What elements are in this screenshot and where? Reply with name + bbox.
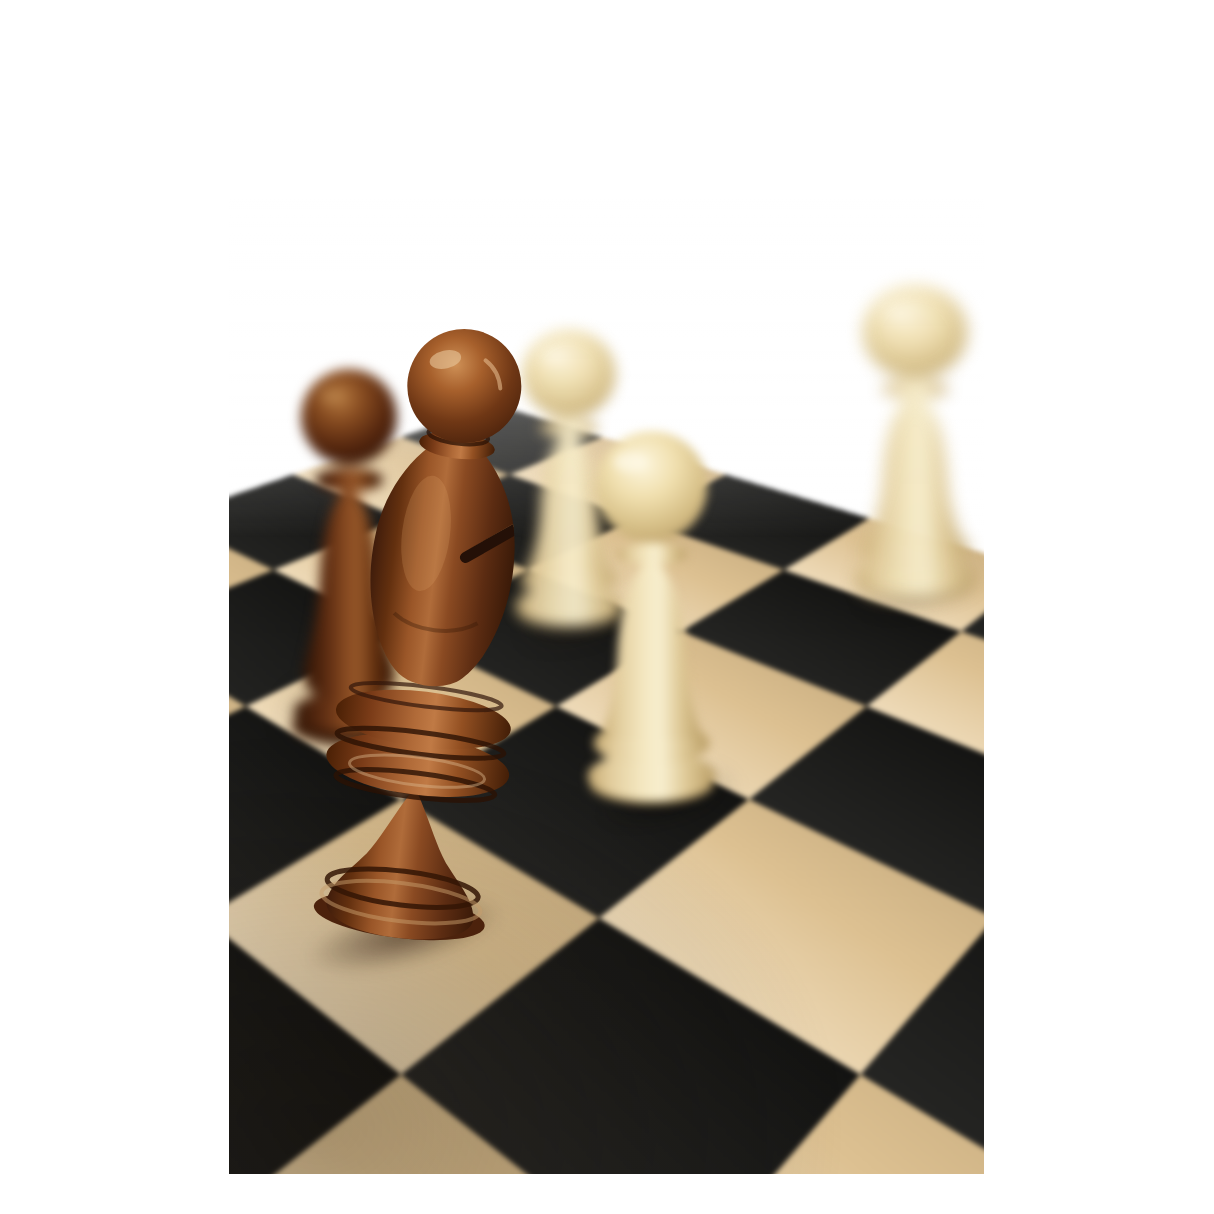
page-root [0,0,1214,1214]
bishop-finial-ball [401,322,528,449]
white-pawn-near-piece [574,423,729,813]
photo-frame [229,38,984,1174]
white-pawn-right-piece [842,278,984,608]
black-bishop-piece [289,318,559,958]
